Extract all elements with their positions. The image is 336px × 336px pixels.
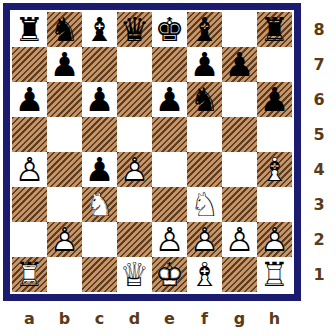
square-a3[interactable] bbox=[12, 187, 47, 222]
square-g4[interactable] bbox=[222, 152, 257, 187]
piece-black-knight[interactable]: ♞ bbox=[187, 82, 222, 117]
square-e3[interactable] bbox=[152, 187, 187, 222]
square-e5[interactable] bbox=[152, 117, 187, 152]
rank-labels: 87654321 bbox=[305, 12, 333, 292]
square-c1[interactable] bbox=[82, 257, 117, 292]
rank-label-7: 7 bbox=[305, 47, 333, 82]
rank-label-8: 8 bbox=[305, 12, 333, 47]
square-h4[interactable]: ♝♗ bbox=[257, 152, 292, 187]
square-d1[interactable]: ♛♕ bbox=[117, 257, 152, 292]
file-label-d: d bbox=[117, 303, 152, 333]
square-g5[interactable] bbox=[222, 117, 257, 152]
piece-white-bishop[interactable]: ♝♗ bbox=[187, 257, 222, 292]
square-f2[interactable]: ♟♙ bbox=[187, 222, 222, 257]
square-f7[interactable]: ♟ bbox=[187, 47, 222, 82]
square-a5[interactable] bbox=[12, 117, 47, 152]
piece-white-knight[interactable]: ♞♘ bbox=[187, 187, 222, 222]
square-h7[interactable] bbox=[257, 47, 292, 82]
square-d7[interactable] bbox=[117, 47, 152, 82]
square-b8[interactable]: ♞ bbox=[47, 12, 82, 47]
piece-black-rook[interactable]: ♜ bbox=[257, 12, 292, 47]
square-g6[interactable] bbox=[222, 82, 257, 117]
rank-label-3: 3 bbox=[305, 187, 333, 222]
piece-black-pawn[interactable]: ♟ bbox=[257, 82, 292, 117]
square-c2[interactable] bbox=[82, 222, 117, 257]
file-labels: abcdefgh bbox=[12, 303, 292, 333]
piece-black-knight[interactable]: ♞ bbox=[47, 12, 82, 47]
piece-black-bishop[interactable]: ♝ bbox=[82, 12, 117, 47]
square-h8[interactable]: ♜ bbox=[257, 12, 292, 47]
file-label-a: a bbox=[12, 303, 47, 333]
square-d8[interactable]: ♛ bbox=[117, 12, 152, 47]
square-g8[interactable] bbox=[222, 12, 257, 47]
square-c5[interactable] bbox=[82, 117, 117, 152]
file-label-f: f bbox=[187, 303, 222, 333]
piece-black-pawn[interactable]: ♟ bbox=[82, 82, 117, 117]
piece-black-pawn[interactable]: ♟ bbox=[12, 82, 47, 117]
square-a1[interactable]: ♜♖ bbox=[12, 257, 47, 292]
square-c8[interactable]: ♝ bbox=[82, 12, 117, 47]
square-d4[interactable]: ♟♙ bbox=[117, 152, 152, 187]
square-b2[interactable]: ♟♙ bbox=[47, 222, 82, 257]
piece-black-pawn[interactable]: ♟ bbox=[222, 47, 257, 82]
square-b5[interactable] bbox=[47, 117, 82, 152]
square-h5[interactable] bbox=[257, 117, 292, 152]
square-g1[interactable] bbox=[222, 257, 257, 292]
square-f3[interactable]: ♞♘ bbox=[187, 187, 222, 222]
square-e4[interactable] bbox=[152, 152, 187, 187]
square-f8[interactable]: ♝ bbox=[187, 12, 222, 47]
square-a6[interactable]: ♟ bbox=[12, 82, 47, 117]
square-b4[interactable] bbox=[47, 152, 82, 187]
piece-black-pawn[interactable]: ♟ bbox=[152, 82, 187, 117]
piece-black-rook[interactable]: ♜ bbox=[12, 12, 47, 47]
piece-white-pawn[interactable]: ♟♙ bbox=[152, 222, 187, 257]
rank-label-2: 2 bbox=[305, 222, 333, 257]
square-b3[interactable] bbox=[47, 187, 82, 222]
square-d3[interactable] bbox=[117, 187, 152, 222]
square-c7[interactable] bbox=[82, 47, 117, 82]
rank-label-5: 5 bbox=[305, 117, 333, 152]
piece-white-king[interactable]: ♚♔ bbox=[152, 257, 187, 292]
square-g7[interactable]: ♟ bbox=[222, 47, 257, 82]
square-a8[interactable]: ♜ bbox=[12, 12, 47, 47]
square-d2[interactable] bbox=[117, 222, 152, 257]
square-h1[interactable]: ♜♖ bbox=[257, 257, 292, 292]
square-c3[interactable]: ♞♘ bbox=[82, 187, 117, 222]
square-b1[interactable] bbox=[47, 257, 82, 292]
piece-white-pawn[interactable]: ♟♙ bbox=[257, 222, 292, 257]
square-a4[interactable]: ♟♙ bbox=[12, 152, 47, 187]
piece-white-bishop[interactable]: ♝♗ bbox=[257, 152, 292, 187]
rank-label-6: 6 bbox=[305, 82, 333, 117]
piece-black-pawn[interactable]: ♟ bbox=[187, 47, 222, 82]
square-h3[interactable] bbox=[257, 187, 292, 222]
piece-black-king[interactable]: ♚ bbox=[152, 12, 187, 47]
square-e1[interactable]: ♚♔ bbox=[152, 257, 187, 292]
rank-label-1: 1 bbox=[305, 257, 333, 292]
square-b6[interactable] bbox=[47, 82, 82, 117]
rank-label-4: 4 bbox=[305, 152, 333, 187]
file-label-g: g bbox=[222, 303, 257, 333]
piece-white-knight[interactable]: ♞♘ bbox=[82, 187, 117, 222]
piece-white-pawn[interactable]: ♟♙ bbox=[47, 222, 82, 257]
square-f6[interactable]: ♞ bbox=[187, 82, 222, 117]
piece-white-pawn[interactable]: ♟♙ bbox=[187, 222, 222, 257]
square-b7[interactable]: ♟ bbox=[47, 47, 82, 82]
square-a2[interactable] bbox=[12, 222, 47, 257]
square-g2[interactable]: ♟♙ bbox=[222, 222, 257, 257]
square-c4[interactable]: ♟ bbox=[82, 152, 117, 187]
piece-white-pawn[interactable]: ♟♙ bbox=[222, 222, 257, 257]
piece-white-pawn[interactable]: ♟♙ bbox=[117, 152, 152, 187]
piece-black-pawn[interactable]: ♟ bbox=[82, 152, 117, 187]
square-d5[interactable] bbox=[117, 117, 152, 152]
file-label-e: e bbox=[152, 303, 187, 333]
square-a7[interactable] bbox=[12, 47, 47, 82]
square-e2[interactable]: ♟♙ bbox=[152, 222, 187, 257]
piece-white-rook[interactable]: ♜♖ bbox=[257, 257, 292, 292]
chess-board: ♜♞♝♛♚♝♜♟♟♟♟♟♟♞♟♟♙♟♟♙♝♗♞♘♞♘♟♙♟♙♟♙♟♙♟♙♜♖♛♕… bbox=[12, 12, 292, 292]
square-f4[interactable] bbox=[187, 152, 222, 187]
piece-white-pawn[interactable]: ♟♙ bbox=[12, 152, 47, 187]
file-label-h: h bbox=[257, 303, 292, 333]
square-h2[interactable]: ♟♙ bbox=[257, 222, 292, 257]
piece-black-bishop[interactable]: ♝ bbox=[187, 12, 222, 47]
square-g3[interactable] bbox=[222, 187, 257, 222]
piece-black-pawn[interactable]: ♟ bbox=[47, 47, 82, 82]
piece-black-queen[interactable]: ♛ bbox=[117, 12, 152, 47]
square-e6[interactable]: ♟ bbox=[152, 82, 187, 117]
square-c6[interactable]: ♟ bbox=[82, 82, 117, 117]
square-e8[interactable]: ♚ bbox=[152, 12, 187, 47]
square-f5[interactable] bbox=[187, 117, 222, 152]
square-h6[interactable]: ♟ bbox=[257, 82, 292, 117]
chess-board-frame: ♜♞♝♛♚♝♜♟♟♟♟♟♟♞♟♟♙♟♟♙♝♗♞♘♞♘♟♙♟♙♟♙♟♙♟♙♜♖♛♕… bbox=[3, 3, 301, 301]
square-d6[interactable] bbox=[117, 82, 152, 117]
piece-white-queen[interactable]: ♛♕ bbox=[117, 257, 152, 292]
square-e7[interactable] bbox=[152, 47, 187, 82]
file-label-c: c bbox=[82, 303, 117, 333]
file-label-b: b bbox=[47, 303, 82, 333]
square-f1[interactable]: ♝♗ bbox=[187, 257, 222, 292]
piece-white-rook[interactable]: ♜♖ bbox=[12, 257, 47, 292]
